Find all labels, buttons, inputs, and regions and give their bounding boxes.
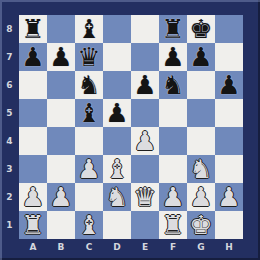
white-rook-icon[interactable]: ♜ (161, 211, 184, 239)
rank-label-7: 7 (0, 43, 19, 71)
rank-label-5: 5 (0, 99, 19, 127)
square-f3[interactable] (159, 155, 187, 183)
black-pawn-icon[interactable]: ♟ (49, 43, 72, 71)
white-pawn-icon[interactable]: ♟ (77, 155, 100, 183)
square-e4[interactable]: ♟ (131, 127, 159, 155)
square-d1[interactable] (103, 211, 131, 239)
square-c3[interactable]: ♟ (75, 155, 103, 183)
square-g8[interactable]: ♚ (187, 15, 215, 43)
square-a8[interactable]: ♜ (19, 15, 47, 43)
square-f2[interactable]: ♟ (159, 183, 187, 211)
square-h3[interactable] (215, 155, 243, 183)
square-d6[interactable] (103, 71, 131, 99)
white-pawn-icon[interactable]: ♟ (161, 183, 184, 211)
black-rook-icon[interactable]: ♜ (161, 15, 184, 43)
square-e8[interactable] (131, 15, 159, 43)
square-g7[interactable]: ♟ (187, 43, 215, 71)
square-g3[interactable]: ♞ (187, 155, 215, 183)
square-d3[interactable]: ♝ (103, 155, 131, 183)
square-h6[interactable]: ♟ (215, 71, 243, 99)
black-king-icon[interactable]: ♚ (189, 15, 212, 43)
white-pawn-icon[interactable]: ♟ (49, 183, 72, 211)
square-d5[interactable]: ♟ (103, 99, 131, 127)
chessboard[interactable]: ♜♝♜♚♟♟♛♟♟♞♟♞♟♝♟♟♟♝♞♟♟♞♛♟♟♟♜♝♜♚ (19, 15, 243, 239)
square-f1[interactable]: ♜ (159, 211, 187, 239)
file-label-g: G (187, 239, 215, 260)
rank-label-6: 6 (0, 71, 19, 99)
square-b7[interactable]: ♟ (47, 43, 75, 71)
white-pawn-icon[interactable]: ♟ (217, 183, 240, 211)
rank-labels: 87654321 (0, 15, 19, 239)
square-b3[interactable] (47, 155, 75, 183)
rank-label-1: 1 (0, 211, 19, 239)
square-c6[interactable]: ♞ (75, 71, 103, 99)
square-e7[interactable] (131, 43, 159, 71)
square-a1[interactable]: ♜ (19, 211, 47, 239)
black-pawn-icon[interactable]: ♟ (21, 43, 44, 71)
square-g4[interactable] (187, 127, 215, 155)
square-a3[interactable] (19, 155, 47, 183)
rank-label-3: 3 (0, 155, 19, 183)
white-bishop-icon[interactable]: ♝ (77, 211, 100, 239)
file-label-d: D (103, 239, 131, 260)
square-d2[interactable]: ♞ (103, 183, 131, 211)
black-pawn-icon[interactable]: ♟ (133, 71, 156, 99)
square-h1[interactable] (215, 211, 243, 239)
square-d7[interactable] (103, 43, 131, 71)
white-knight-icon[interactable]: ♞ (189, 155, 212, 183)
square-c7[interactable]: ♛ (75, 43, 103, 71)
square-g1[interactable]: ♚ (187, 211, 215, 239)
square-c8[interactable]: ♝ (75, 15, 103, 43)
white-rook-icon[interactable]: ♜ (21, 211, 44, 239)
rank-label-4: 4 (0, 127, 19, 155)
square-h7[interactable] (215, 43, 243, 71)
file-label-a: A (19, 239, 47, 260)
square-a5[interactable] (19, 99, 47, 127)
file-label-c: C (75, 239, 103, 260)
square-h4[interactable] (215, 127, 243, 155)
white-knight-icon[interactable]: ♞ (105, 183, 128, 211)
square-c1[interactable]: ♝ (75, 211, 103, 239)
black-bishop-icon[interactable]: ♝ (77, 15, 100, 43)
square-a6[interactable] (19, 71, 47, 99)
rank-label-8: 8 (0, 15, 19, 43)
square-g6[interactable] (187, 71, 215, 99)
square-f7[interactable]: ♟ (159, 43, 187, 71)
square-a7[interactable]: ♟ (19, 43, 47, 71)
square-g2[interactable]: ♟ (187, 183, 215, 211)
white-bishop-icon[interactable]: ♝ (105, 155, 128, 183)
square-b1[interactable] (47, 211, 75, 239)
file-label-h: H (215, 239, 243, 260)
square-a4[interactable] (19, 127, 47, 155)
square-d4[interactable] (103, 127, 131, 155)
black-pawn-icon[interactable]: ♟ (105, 99, 128, 127)
square-e2[interactable]: ♛ (131, 183, 159, 211)
black-bishop-icon[interactable]: ♝ (77, 99, 100, 127)
square-e5[interactable] (131, 99, 159, 127)
file-label-e: E (131, 239, 159, 260)
file-labels: ABCDEFGH (19, 239, 243, 260)
square-g5[interactable] (187, 99, 215, 127)
square-f5[interactable] (159, 99, 187, 127)
square-b5[interactable] (47, 99, 75, 127)
square-c5[interactable]: ♝ (75, 99, 103, 127)
white-pawn-icon[interactable]: ♟ (189, 183, 212, 211)
square-e3[interactable] (131, 155, 159, 183)
white-king-icon[interactable]: ♚ (189, 211, 212, 239)
square-f6[interactable]: ♞ (159, 71, 187, 99)
black-pawn-icon[interactable]: ♟ (189, 43, 212, 71)
black-pawn-icon[interactable]: ♟ (217, 71, 240, 99)
black-knight-icon[interactable]: ♞ (77, 71, 100, 99)
black-knight-icon[interactable]: ♞ (161, 71, 184, 99)
black-rook-icon[interactable]: ♜ (21, 15, 44, 43)
square-e6[interactable]: ♟ (131, 71, 159, 99)
square-f4[interactable] (159, 127, 187, 155)
square-c4[interactable] (75, 127, 103, 155)
square-a2[interactable]: ♟ (19, 183, 47, 211)
file-label-b: B (47, 239, 75, 260)
black-queen-icon[interactable]: ♛ (77, 43, 100, 71)
square-f8[interactable]: ♜ (159, 15, 187, 43)
square-d8[interactable] (103, 15, 131, 43)
square-e1[interactable] (131, 211, 159, 239)
square-h2[interactable]: ♟ (215, 183, 243, 211)
file-label-f: F (159, 239, 187, 260)
square-b6[interactable] (47, 71, 75, 99)
square-b4[interactable] (47, 127, 75, 155)
rank-label-2: 2 (0, 183, 19, 211)
square-h5[interactable] (215, 99, 243, 127)
square-c2[interactable] (75, 183, 103, 211)
white-pawn-icon[interactable]: ♟ (21, 183, 44, 211)
chess-board-frame: 87654321 ♜♝♜♚♟♟♛♟♟♞♟♞♟♝♟♟♟♝♞♟♟♞♛♟♟♟♜♝♜♚ … (0, 0, 260, 260)
square-b2[interactable]: ♟ (47, 183, 75, 211)
white-queen-icon[interactable]: ♛ (133, 183, 156, 211)
black-pawn-icon[interactable]: ♟ (161, 43, 184, 71)
white-pawn-icon[interactable]: ♟ (133, 127, 156, 155)
square-h8[interactable] (215, 15, 243, 43)
square-b8[interactable] (47, 15, 75, 43)
